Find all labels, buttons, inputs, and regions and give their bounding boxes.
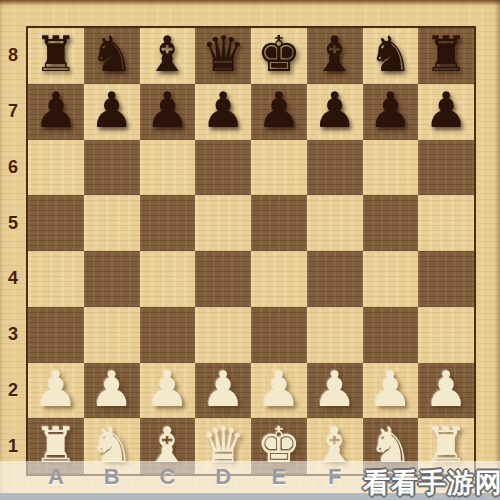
square-b5[interactable] (84, 195, 140, 251)
rank-label-8: 8 (0, 28, 26, 84)
square-g6[interactable] (363, 140, 419, 196)
square-d3[interactable] (195, 307, 251, 363)
black-king[interactable]: ♚ (257, 30, 301, 79)
square-h2[interactable]: ♟ (418, 363, 474, 419)
file-label-c: C (140, 461, 196, 493)
black-pawn[interactable]: ♟ (90, 86, 134, 135)
square-c7[interactable]: ♟ (140, 84, 196, 140)
square-e6[interactable] (251, 140, 307, 196)
rank-label-2: 2 (0, 363, 26, 419)
square-f6[interactable] (307, 140, 363, 196)
square-c6[interactable] (140, 140, 196, 196)
black-pawn[interactable]: ♟ (145, 86, 189, 135)
square-d2[interactable]: ♟ (195, 363, 251, 419)
black-pawn[interactable]: ♟ (313, 86, 357, 135)
square-a4[interactable] (28, 251, 84, 307)
square-f7[interactable]: ♟ (307, 84, 363, 140)
rank-label-6: 6 (0, 140, 26, 196)
square-a5[interactable] (28, 195, 84, 251)
square-f5[interactable] (307, 195, 363, 251)
black-knight[interactable]: ♞ (368, 30, 412, 79)
square-f3[interactable] (307, 307, 363, 363)
square-g7[interactable]: ♟ (363, 84, 419, 140)
square-d8[interactable]: ♛ (195, 28, 251, 84)
square-h6[interactable] (418, 140, 474, 196)
square-g4[interactable] (363, 251, 419, 307)
file-label-e: E (251, 461, 307, 493)
square-c2[interactable]: ♟ (140, 363, 196, 419)
white-pawn[interactable]: ♟ (145, 365, 189, 414)
square-d4[interactable] (195, 251, 251, 307)
black-knight[interactable]: ♞ (90, 30, 134, 79)
square-e4[interactable] (251, 251, 307, 307)
square-b6[interactable] (84, 140, 140, 196)
square-f2[interactable]: ♟ (307, 363, 363, 419)
square-h8[interactable]: ♜ (418, 28, 474, 84)
frame-top-shading (0, 0, 500, 6)
file-label-a: A (28, 461, 84, 493)
black-bishop[interactable]: ♝ (313, 30, 357, 79)
frame-right-shading (494, 0, 500, 500)
white-pawn[interactable]: ♟ (313, 365, 357, 414)
chess-board: ♜♞♝♛♚♝♞♜♟♟♟♟♟♟♟♟♟♟♟♟♟♟♟♟♜♞♝♛♚♝♞♜ (26, 26, 476, 476)
square-e2[interactable]: ♟ (251, 363, 307, 419)
square-c8[interactable]: ♝ (140, 28, 196, 84)
square-e7[interactable]: ♟ (251, 84, 307, 140)
white-pawn[interactable]: ♟ (257, 365, 301, 414)
square-d5[interactable] (195, 195, 251, 251)
square-a6[interactable] (28, 140, 84, 196)
square-g2[interactable]: ♟ (363, 363, 419, 419)
square-d6[interactable] (195, 140, 251, 196)
square-b7[interactable]: ♟ (84, 84, 140, 140)
square-g8[interactable]: ♞ (363, 28, 419, 84)
black-rook[interactable]: ♜ (34, 30, 78, 79)
watermark-text: 看看手游网 (363, 469, 500, 499)
square-a7[interactable]: ♟ (28, 84, 84, 140)
black-pawn[interactable]: ♟ (257, 86, 301, 135)
square-b2[interactable]: ♟ (84, 363, 140, 419)
square-c5[interactable] (140, 195, 196, 251)
file-label-b: B (84, 461, 140, 493)
square-b3[interactable] (84, 307, 140, 363)
square-e3[interactable] (251, 307, 307, 363)
black-pawn[interactable]: ♟ (201, 86, 245, 135)
black-queen[interactable]: ♛ (201, 30, 245, 79)
black-pawn[interactable]: ♟ (368, 86, 412, 135)
white-pawn[interactable]: ♟ (34, 365, 78, 414)
square-a8[interactable]: ♜ (28, 28, 84, 84)
square-e5[interactable] (251, 195, 307, 251)
square-a2[interactable]: ♟ (28, 363, 84, 419)
square-h5[interactable] (418, 195, 474, 251)
square-e8[interactable]: ♚ (251, 28, 307, 84)
square-h4[interactable] (418, 251, 474, 307)
square-g5[interactable] (363, 195, 419, 251)
square-b8[interactable]: ♞ (84, 28, 140, 84)
white-pawn[interactable]: ♟ (90, 365, 134, 414)
rank-label-4: 4 (0, 251, 26, 307)
white-pawn[interactable]: ♟ (424, 365, 468, 414)
rank-labels: 87654321 (0, 28, 26, 474)
rank-label-3: 3 (0, 307, 26, 363)
square-f8[interactable]: ♝ (307, 28, 363, 84)
square-h3[interactable] (418, 307, 474, 363)
white-pawn[interactable]: ♟ (368, 365, 412, 414)
black-bishop[interactable]: ♝ (145, 30, 189, 79)
black-rook[interactable]: ♜ (424, 30, 468, 79)
white-pawn[interactable]: ♟ (201, 365, 245, 414)
square-a3[interactable] (28, 307, 84, 363)
square-h7[interactable]: ♟ (418, 84, 474, 140)
chess-app: ♜♞♝♛♚♝♞♜♟♟♟♟♟♟♟♟♟♟♟♟♟♟♟♟♜♞♝♛♚♝♞♜ 8765432… (0, 0, 500, 500)
rank-label-5: 5 (0, 195, 26, 251)
black-pawn[interactable]: ♟ (34, 86, 78, 135)
square-b4[interactable] (84, 251, 140, 307)
square-c4[interactable] (140, 251, 196, 307)
rank-label-7: 7 (0, 84, 26, 140)
black-pawn[interactable]: ♟ (424, 86, 468, 135)
file-label-d: D (195, 461, 251, 493)
square-c3[interactable] (140, 307, 196, 363)
square-d7[interactable]: ♟ (195, 84, 251, 140)
file-label-f: F (307, 461, 363, 493)
square-f4[interactable] (307, 251, 363, 307)
square-g3[interactable] (363, 307, 419, 363)
